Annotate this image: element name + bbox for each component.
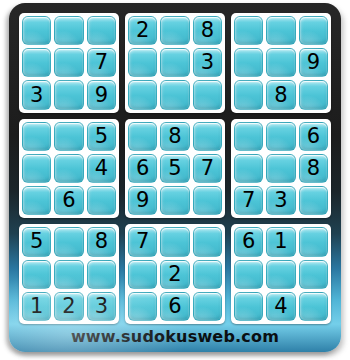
cell-r8c8[interactable] (266, 260, 295, 289)
cell-r6c5[interactable] (160, 186, 189, 215)
cell-r4c6[interactable] (193, 122, 222, 151)
cell-r4c1[interactable] (22, 122, 51, 151)
cell-r1c9[interactable] (299, 16, 328, 45)
cell-r8c5[interactable]: 2 (160, 260, 189, 289)
cell-r6c2[interactable]: 6 (54, 186, 83, 215)
cell-r7c2[interactable] (54, 227, 83, 256)
cell-r7c6[interactable] (193, 227, 222, 256)
cell-r6c7[interactable]: 7 (234, 186, 263, 215)
cell-r5c9[interactable]: 8 (299, 154, 328, 183)
cell-r6c4[interactable]: 9 (128, 186, 157, 215)
box-1-1: 739 (19, 13, 119, 113)
cell-r7c8[interactable]: 1 (266, 227, 295, 256)
cell-r6c9[interactable] (299, 186, 328, 215)
cell-r3c8[interactable]: 8 (266, 80, 295, 109)
cell-r4c3[interactable]: 5 (87, 122, 116, 151)
website-link[interactable]: www.sudokusweb.com (71, 327, 279, 346)
cell-r7c9[interactable] (299, 227, 328, 256)
cell-r3c7[interactable] (234, 80, 263, 109)
box-1-3: 98 (231, 13, 331, 113)
cell-r8c2[interactable] (54, 260, 83, 289)
cell-r8c6[interactable] (193, 260, 222, 289)
cell-r7c7[interactable]: 6 (234, 227, 263, 256)
cell-r8c9[interactable] (299, 260, 328, 289)
cell-r7c5[interactable] (160, 227, 189, 256)
cell-r4c5[interactable]: 8 (160, 122, 189, 151)
cell-r6c8[interactable]: 3 (266, 186, 295, 215)
cell-r5c1[interactable] (22, 154, 51, 183)
cell-r3c6[interactable] (193, 80, 222, 109)
cell-r4c9[interactable]: 6 (299, 122, 328, 151)
cell-r7c3[interactable]: 8 (87, 227, 116, 256)
cell-r2c1[interactable] (22, 48, 51, 77)
cell-r9c8[interactable]: 4 (266, 292, 295, 321)
cell-r8c1[interactable] (22, 260, 51, 289)
cell-r6c1[interactable] (22, 186, 51, 215)
box-2-3: 6873 (231, 119, 331, 219)
cell-r8c3[interactable] (87, 260, 116, 289)
cell-r9c4[interactable] (128, 292, 157, 321)
cell-r2c9[interactable]: 9 (299, 48, 328, 77)
cell-r2c4[interactable] (128, 48, 157, 77)
cell-r2c2[interactable] (54, 48, 83, 77)
cell-r2c5[interactable] (160, 48, 189, 77)
cell-r1c1[interactable] (22, 16, 51, 45)
sudoku-grid: 7392839854686579687358123726614 (19, 13, 331, 324)
cell-r2c6[interactable]: 3 (193, 48, 222, 77)
cell-r2c7[interactable] (234, 48, 263, 77)
box-2-2: 86579 (125, 119, 225, 219)
sudoku-board: 7392839854686579687358123726614 www.sudo… (9, 3, 341, 352)
cell-r1c5[interactable] (160, 16, 189, 45)
cell-r2c3[interactable]: 7 (87, 48, 116, 77)
cell-r4c2[interactable] (54, 122, 83, 151)
cell-r6c6[interactable] (193, 186, 222, 215)
cell-r9c1[interactable]: 1 (22, 292, 51, 321)
cell-r4c7[interactable] (234, 122, 263, 151)
box-3-2: 726 (125, 224, 225, 324)
cell-r2c8[interactable] (266, 48, 295, 77)
cell-r9c7[interactable] (234, 292, 263, 321)
box-2-1: 546 (19, 119, 119, 219)
cell-r6c3[interactable] (87, 186, 116, 215)
cell-r9c2[interactable]: 2 (54, 292, 83, 321)
cell-r3c2[interactable] (54, 80, 83, 109)
cell-r1c4[interactable]: 2 (128, 16, 157, 45)
footer-bar: www.sudokusweb.com (9, 324, 341, 349)
cell-r9c3[interactable]: 3 (87, 292, 116, 321)
cell-r1c3[interactable] (87, 16, 116, 45)
cell-r3c5[interactable] (160, 80, 189, 109)
cell-r4c8[interactable] (266, 122, 295, 151)
cell-r9c9[interactable] (299, 292, 328, 321)
cell-r7c1[interactable]: 5 (22, 227, 51, 256)
cell-r5c2[interactable] (54, 154, 83, 183)
cell-r5c6[interactable]: 7 (193, 154, 222, 183)
cell-r3c4[interactable] (128, 80, 157, 109)
cell-r9c6[interactable] (193, 292, 222, 321)
cell-r3c9[interactable] (299, 80, 328, 109)
cell-r7c4[interactable]: 7 (128, 227, 157, 256)
cell-r8c4[interactable] (128, 260, 157, 289)
page: 7392839854686579687358123726614 www.sudo… (0, 0, 350, 360)
cell-r4c4[interactable] (128, 122, 157, 151)
cell-r9c5[interactable]: 6 (160, 292, 189, 321)
cell-r5c4[interactable]: 6 (128, 154, 157, 183)
cell-r5c7[interactable] (234, 154, 263, 183)
cell-r5c5[interactable]: 5 (160, 154, 189, 183)
cell-r1c2[interactable] (54, 16, 83, 45)
cell-r3c3[interactable]: 9 (87, 80, 116, 109)
cell-r3c1[interactable]: 3 (22, 80, 51, 109)
cell-r1c7[interactable] (234, 16, 263, 45)
cell-r1c6[interactable]: 8 (193, 16, 222, 45)
box-1-2: 283 (125, 13, 225, 113)
cell-r5c3[interactable]: 4 (87, 154, 116, 183)
box-3-3: 614 (231, 224, 331, 324)
cell-r1c8[interactable] (266, 16, 295, 45)
cell-r5c8[interactable] (266, 154, 295, 183)
cell-r8c7[interactable] (234, 260, 263, 289)
box-3-1: 58123 (19, 224, 119, 324)
